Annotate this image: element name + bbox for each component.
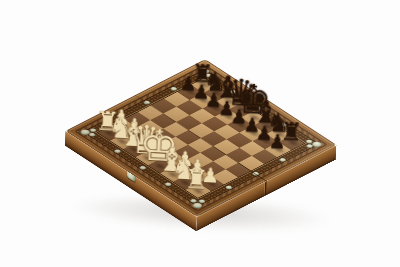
side-fold-seam: [265, 181, 267, 196]
chess-piece-icon: ♜: [166, 165, 227, 194]
chess-piece-icon: ♟: [247, 130, 308, 152]
product-photo: ♜♞♝♛♚♝♞♜♟♟♟♟♟♟♟♟♟♟♟♟♟♟♟♟♜♞♝♛♚♝♞♜: [0, 0, 400, 267]
